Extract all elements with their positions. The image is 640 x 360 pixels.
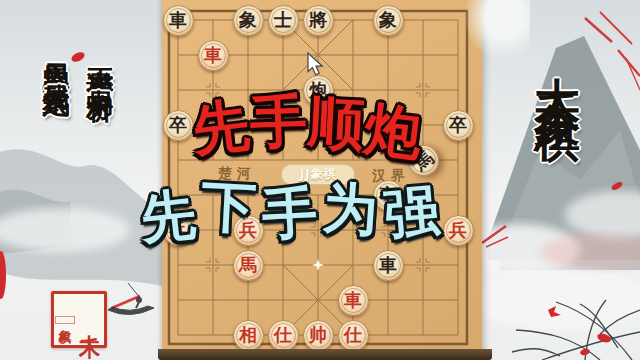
- red-piece-相[interactable]: 相: [233, 320, 264, 351]
- red-piece-兵[interactable]: 兵: [443, 215, 474, 246]
- banner-text: 中局分析: [82, 68, 118, 76]
- black-piece-車[interactable]: 車: [163, 5, 194, 36]
- red-piece-馬[interactable]: 馬: [233, 250, 264, 281]
- black-piece-象[interactable]: 象: [233, 5, 264, 36]
- caption-title: 先手顺炮: [192, 95, 424, 152]
- left-banner-outer-column: 入局思路 残局定式: [38, 40, 74, 70]
- mist: [466, 0, 530, 58]
- black-piece-士[interactable]: 士: [268, 5, 299, 36]
- banner-text: 入局思路: [38, 40, 74, 48]
- black-piece-車[interactable]: 車: [373, 250, 404, 281]
- seal-text-right: 大禾: [75, 318, 103, 322]
- left-banner-inner-column: 正谱布局 中局分析: [82, 46, 118, 76]
- red-piece-帅[interactable]: 帅: [303, 320, 334, 351]
- board-bottom-edge: [158, 349, 492, 360]
- mouse-cursor: [306, 52, 326, 76]
- black-piece-卒[interactable]: 卒: [163, 110, 194, 141]
- last-move-marker: [312, 259, 324, 271]
- channel-title: 大禾象棋: [527, 40, 589, 92]
- caption-subtitle: 先下手为强: [140, 183, 445, 238]
- red-piece-仕[interactable]: 仕: [338, 320, 369, 351]
- red-piece-仕[interactable]: 仕: [268, 320, 299, 351]
- seal-text-left: 象棋: [55, 316, 75, 324]
- video-frame: 楚河 汉界 JJ象棋 車象士將象炮卒卒馬卒車車兵兵兵馬車相仕帅仕 先手顺炮 先下…: [0, 0, 640, 360]
- black-piece-卒[interactable]: 卒: [443, 110, 474, 141]
- banner-text: 正谱布局: [82, 46, 118, 54]
- banner-text: 残局定式: [38, 62, 74, 70]
- black-piece-將[interactable]: 將: [303, 5, 334, 36]
- red-piece-車[interactable]: 車: [338, 285, 369, 316]
- dahe-xiangqi-seal: 大禾 象棋: [51, 291, 107, 348]
- black-piece-象[interactable]: 象: [373, 5, 404, 36]
- red-piece-車[interactable]: 車: [198, 40, 229, 71]
